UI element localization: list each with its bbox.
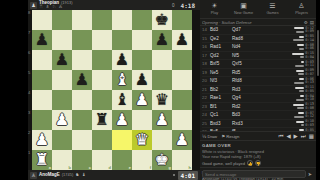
black-pawn-a7: ♟ [32,30,52,50]
move-row-19[interactable]: 19Ne5Rd50:090:07 [202,69,314,78]
settings-icon[interactable]: ⚙ [304,20,308,25]
opening-name: Opening · Sicilian Defense [202,20,304,25]
square-e6[interactable]: ♟ [112,50,132,70]
white-move-san[interactable]: Bxd3 [210,121,232,126]
top-player-clock: 4:18 [178,1,198,10]
square-d1[interactable]: d [92,150,112,170]
square-h4[interactable] [172,90,192,110]
black-pawn-g7: ♟ [152,30,172,50]
panel-scrollbar[interactable] [317,30,319,76]
move-number: 24 [202,112,210,117]
square-d5[interactable] [92,70,112,90]
move-number: 18 [202,61,210,66]
move-times: 0:110:05 [268,86,314,92]
time-bar [294,27,304,29]
white-move-san[interactable]: Rad1 [210,44,232,49]
square-c8[interactable] [72,10,92,30]
white-move-san[interactable]: Nf3 [210,78,232,83]
chat-message-input[interactable] [202,170,306,178]
time-text: 0:13 [305,81,314,84]
tab-games[interactable]: ☰ Games [258,0,287,18]
game-over-section: GAME OVER White is victorious · Black re… [200,141,316,168]
move-times: 0:030:11 [268,61,314,67]
black-move-san[interactable]: Rd5 [232,70,254,75]
time-bar [301,61,304,63]
time-bar [294,82,304,84]
time-bar [298,112,304,114]
move-row-17[interactable]: 17Qd2Nf50:150:04 [202,52,314,61]
square-b7[interactable] [52,30,72,50]
move-row-21[interactable]: 21Bb2Rd30:110:05 [202,86,314,95]
move-number: 16 [202,44,210,49]
time-text: 0:10 [305,98,314,101]
time-bar [297,107,304,109]
square-a8[interactable] [32,10,52,30]
time-text: 0:03 [305,124,314,127]
move-row-23[interactable]: 23Bf1Rd20:130:08 [202,103,314,112]
time-bar [297,44,304,46]
move-row-20[interactable]: 20Nf3Rfd80:060:13 [202,77,314,86]
white-move-san[interactable]: Ne5 [210,70,232,75]
chat-bar: ➤ [202,170,312,178]
tab-play[interactable]: ☀ Play [200,0,229,18]
game-controls: ½ Draw ⚑ Resign ⏮◀▶⏭▦ [200,131,316,141]
nav-first-button[interactable]: ⏮ [278,133,283,140]
square-b5[interactable] [52,70,72,90]
square-d3[interactable]: ♜ [92,110,112,130]
black-move-san[interactable]: Nf5 [232,53,254,58]
move-times: 0:100:03 [268,120,314,126]
black-move-san[interactable]: Rfd8 [232,78,254,83]
white-move-san[interactable]: Qd2 [210,53,232,58]
square-h8[interactable] [172,10,192,30]
move-number: 17 [202,53,210,58]
black-move-san[interactable]: Rd3 [232,87,254,92]
move-times: 0:040:10 [268,95,314,101]
square-g8[interactable]: ♚ [152,10,172,30]
square-f4[interactable]: ♟ [132,90,152,110]
draw-icon: ½ [202,134,206,139]
thumbs-down-icon[interactable]: 👎 [255,160,261,166]
square-e4[interactable]: ♝ [112,90,132,110]
square-g1[interactable]: ♚g [152,150,172,170]
black-move-san[interactable]: Bd3 [232,112,254,117]
tab-new-game[interactable]: ▣ New Game [229,0,258,18]
black-bishop-e4: ♝ [112,90,132,110]
square-f7[interactable] [132,30,152,50]
nav-prev-button[interactable]: ◀ [286,133,290,140]
time-bar [299,36,304,38]
white-move-san[interactable]: Rae1 [210,95,232,100]
square-b3[interactable]: ♟ [52,110,72,130]
bottom-player-clock: 4:01 [178,171,198,180]
square-e3[interactable]: ♟ [112,110,132,130]
square-g4[interactable]: ♛ [152,90,172,110]
square-a1[interactable]: ♜a [32,150,52,170]
square-e2[interactable] [112,130,132,150]
new-game-icon: ▣ [240,3,247,10]
time-bar [296,70,304,72]
move-row-22[interactable]: 22Rae1Qg40:040:10 [202,94,314,103]
square-f1[interactable]: f [132,150,152,170]
square-h2[interactable]: ♟ [172,130,192,150]
white-pawn-g3: ♟ [152,110,172,130]
square-c1[interactable]: c [72,150,92,170]
white-move-san[interactable]: Qc1 [210,112,232,117]
square-c3[interactable] [72,110,92,130]
time-text: 0:04 [305,56,314,59]
time-bar [293,104,304,106]
square-e1[interactable]: e [112,150,132,170]
game-over-title: GAME OVER [202,143,314,148]
bottom-player-bar: ♙ AnoMagE (1745) ♞ ♝ 4:01 [28,170,200,180]
white-bishop-e5: ♝ [112,70,132,90]
black-move-san[interactable]: Qg4 [232,95,254,100]
send-message-icon[interactable]: ➤ [308,171,312,177]
time-text: 0:12 [305,115,314,118]
black-move-san[interactable]: Rxd3 [232,121,254,126]
white-move-san[interactable]: Qe2 [210,36,232,41]
move-row-15[interactable]: 15Qe2Rad80:050:14 [202,35,314,44]
time-text: 0:06 [305,47,314,50]
square-e5[interactable]: ♝ [112,70,132,90]
time-bar [295,65,304,67]
square-a3[interactable] [32,110,52,130]
move-row-14[interactable]: 14Bd3Qd70:120:09 [202,26,314,35]
white-move-san[interactable]: Bb2 [210,87,232,92]
move-row-25[interactable]: 25Bxd3Rxd30:100:03 [202,120,314,129]
move-times: 0:080:06 [268,44,314,50]
black-move-san[interactable]: Nd4 [232,44,254,49]
move-times: 0:070:12 [268,112,314,118]
time-bar [301,124,304,126]
resign-button[interactable]: ⚑ Resign [221,134,239,139]
time-text: 0:05 [305,90,314,93]
square-g2[interactable] [152,130,172,150]
white-pawn-a2: ♟ [32,130,52,150]
square-a5[interactable] [32,70,52,90]
draw-offer-button[interactable]: ½ Draw [202,134,217,139]
time-bar [299,129,304,131]
black-move-san[interactable]: f5 [232,129,254,131]
square-d2[interactable] [92,130,112,150]
top-captured-pieces: ♖ ♗ ♘ ♙ [39,5,73,10]
resign-flag-icon: ⚑ [221,134,225,139]
time-bar [300,95,304,97]
square-a2[interactable]: ♟ [32,130,52,150]
white-move-san[interactable]: Bxf5 [210,61,232,66]
opening-row: Opening · Sicilian Defense ⚙ ▤ [200,19,316,26]
time-text: 0:11 [305,64,314,67]
time-bar [293,39,304,41]
games-list-icon: ☰ [269,3,275,10]
black-pawn-b6: ♟ [52,50,72,70]
white-move-san[interactable]: Be5 [210,129,232,131]
turn-indicator-dot [173,174,175,176]
nav-next-button[interactable]: ▶ [294,133,298,140]
move-number: 19 [202,70,210,75]
square-e7[interactable] [112,30,132,50]
black-move-san[interactable]: Qxf5 [232,61,254,66]
move-number: 15 [202,36,210,41]
black-move-san[interactable]: Rad8 [232,36,254,41]
square-b8[interactable] [52,10,72,30]
square-c4[interactable] [72,90,92,110]
time-text: 0:14 [305,39,314,42]
tab-players[interactable]: ♙ Players [287,0,316,18]
white-queen-f2: ♛ [132,130,152,150]
board-right-gutter [192,10,200,170]
square-d8[interactable] [92,10,112,30]
black-queen-g4: ♛ [152,90,172,110]
black-pawn-c5: ♟ [72,70,92,90]
nav-board-button[interactable]: ▦ [309,133,314,140]
square-f5[interactable]: ♟ [132,70,152,90]
square-d4[interactable] [92,90,112,110]
time-text: 0:07 [305,73,314,76]
move-number: 26 [202,129,210,131]
material-score: 0 [172,3,175,8]
rating-change-line: Your new Rapid rating: 1879 (+8) [202,154,314,159]
board-area: ♟ Theopian (1913) ♖ ♗ ♘ ♙ 0 4:18 8765432… [28,0,200,180]
square-b6[interactable]: ♟ [52,50,72,70]
time-bar [292,53,304,55]
square-f6[interactable] [132,50,152,70]
black-pawn-f5: ♟ [132,70,152,90]
square-f8[interactable] [132,10,152,30]
move-times: 0:120:09 [268,27,314,33]
move-navigation: ⏮◀▶⏭▦ [278,133,314,140]
chess-app: ♟ Theopian (1913) ♖ ♗ ♘ ♙ 0 4:18 8765432… [0,0,320,180]
top-player-bar: ♟ Theopian (1913) ♖ ♗ ♘ ♙ 0 4:18 [28,0,200,10]
move-number: 25 [202,121,210,126]
time-bar [299,48,304,50]
square-a7[interactable]: ♟ [32,30,52,50]
move-number: 14 [202,27,210,32]
move-list: 14Bd3Qd70:120:0915Qe2Rad80:050:1416Rad1N… [200,26,316,131]
white-pawn-h2: ♟ [172,130,192,150]
white-move-san[interactable]: Bd3 [210,27,232,32]
time-bar [296,31,304,33]
move-times: 0:150:04 [268,52,314,58]
white-move-san[interactable]: Bf1 [210,104,232,109]
move-times: 0:090:07 [268,69,314,75]
players-icon: ♙ [298,3,304,10]
time-bar [294,116,304,118]
square-c6[interactable] [72,50,92,70]
chess-board: ♚♟♟♟♟♟♟♝♟♝♟♛♟♜♟♟♟♛♟♜abcdef♚gh [32,10,192,170]
white-pawn-f4: ♟ [132,90,152,110]
time-text: 0:08 [305,107,314,110]
move-number: 22 [202,95,210,100]
move-times: 0:050:14 [268,35,314,41]
board-settings-icon[interactable]: ▤ [310,20,314,25]
move-times: 0:130:08 [268,103,314,109]
square-c7[interactable] [72,30,92,50]
square-e8[interactable] [112,10,132,30]
white-pawn-b3: ♟ [52,110,72,130]
move-number: 23 [202,104,210,109]
square-a6[interactable] [32,50,52,70]
square-b4[interactable] [52,90,72,110]
square-b2[interactable] [52,130,72,150]
square-b1[interactable]: b [52,150,72,170]
play-icon: ☀ [211,3,217,10]
square-d6[interactable] [92,50,112,70]
black-rook-d3: ♜ [92,110,112,130]
move-times: 0:060:13 [268,78,314,84]
square-g7[interactable]: ♟ [152,30,172,50]
square-h6[interactable] [172,50,192,70]
time-bar [299,78,304,80]
bottom-player-name: AnoMagE [39,173,60,178]
square-h1[interactable]: h [172,150,192,170]
black-move-san[interactable]: Rd2 [232,104,254,109]
square-g5[interactable] [152,70,172,90]
square-c5[interactable]: ♟ [72,70,92,90]
move-row-18[interactable]: 18Bxf5Qxf50:030:11 [202,60,314,69]
side-panel: ☀ Play ▣ New Game ☰ Games ♙ Players Open… [200,0,316,180]
thumbs-up-icon[interactable]: 👍 [247,160,253,166]
time-text: 0:09 [305,30,314,33]
square-g6[interactable] [152,50,172,70]
square-a4[interactable] [32,90,52,110]
square-f3[interactable] [132,110,152,130]
square-c2[interactable] [72,130,92,150]
black-pawn-e6: ♟ [112,50,132,70]
move-row-24[interactable]: 24Qc1Bd30:070:12 [202,111,314,120]
square-d7[interactable] [92,30,112,50]
move-times: 0:050:09 [268,129,314,131]
square-f2[interactable]: ♛ [132,130,152,150]
time-bar [298,73,304,75]
time-bar [299,90,304,92]
bottom-captured-pieces: ♞ ♝ [75,173,86,178]
top-player-avatar: ♟ [30,2,37,9]
square-h3[interactable] [172,110,192,130]
black-pawn-h7: ♟ [172,30,192,50]
black-move-san[interactable]: Qd7 [232,27,254,32]
time-bar [295,87,304,89]
square-h7[interactable]: ♟ [172,30,192,50]
bottom-player-avatar: ♙ [30,172,37,179]
time-bar [300,56,304,58]
good-game-text: Good game, well played [202,161,245,166]
white-pawn-e3: ♟ [112,110,132,130]
move-row-16[interactable]: 16Rad1Nd40:080:06 [202,43,314,52]
move-number: 20 [202,78,210,83]
square-h5[interactable] [172,70,192,90]
black-king-g8: ♚ [152,10,172,30]
move-number: 21 [202,87,210,92]
time-bar [296,99,304,101]
bottom-player-rating: (1745) [62,173,74,178]
time-bar [296,121,304,123]
square-g3[interactable]: ♟ [152,110,172,130]
panel-tabs: ☀ Play ▣ New Game ☰ Games ♙ Players [200,0,316,19]
nav-last-button[interactable]: ⏭ [301,133,306,140]
